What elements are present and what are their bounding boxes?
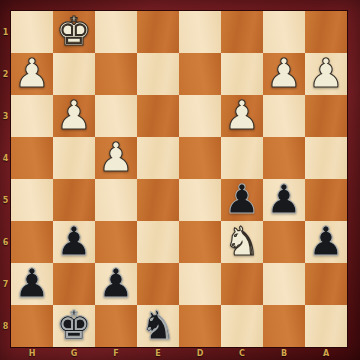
black-pawn[interactable]: ♟ (98, 263, 134, 303)
square-g3[interactable]: ♟ (53, 95, 95, 137)
square-d3[interactable] (179, 95, 221, 137)
black-knight[interactable]: ♞ (140, 305, 176, 345)
square-f2[interactable] (95, 53, 137, 95)
square-b1[interactable] (263, 11, 305, 53)
square-g7[interactable] (53, 263, 95, 305)
square-a1[interactable] (305, 11, 347, 53)
square-d2[interactable] (179, 53, 221, 95)
square-d7[interactable] (179, 263, 221, 305)
square-f8[interactable] (95, 305, 137, 347)
black-pawn[interactable]: ♟ (266, 179, 302, 219)
square-e6[interactable] (137, 221, 179, 263)
square-h3[interactable] (11, 95, 53, 137)
square-h2[interactable]: ♟ (11, 53, 53, 95)
file-label-c: C (221, 347, 263, 360)
rank-label-1: 1 (0, 28, 11, 37)
rank-label-8: 8 (0, 322, 11, 331)
square-e2[interactable] (137, 53, 179, 95)
square-h7[interactable]: ♟ (11, 263, 53, 305)
white-pawn[interactable]: ♟ (98, 137, 134, 177)
square-h5[interactable] (11, 179, 53, 221)
square-e5[interactable] (137, 179, 179, 221)
black-pawn[interactable]: ♟ (56, 221, 92, 261)
square-g6[interactable]: ♟ (53, 221, 95, 263)
square-c4[interactable] (221, 137, 263, 179)
white-king[interactable]: ♚ (56, 11, 92, 51)
square-d4[interactable] (179, 137, 221, 179)
square-a3[interactable] (305, 95, 347, 137)
square-c1[interactable] (221, 11, 263, 53)
file-label-a: A (305, 347, 347, 360)
white-pawn[interactable]: ♟ (56, 95, 92, 135)
square-d5[interactable] (179, 179, 221, 221)
chess-board: ♚♟♟♟♟♟♟♟♟♟♞♟♟♟♚♞ (11, 11, 347, 347)
rank-label-6: 6 (0, 238, 11, 247)
square-c6[interactable]: ♞ (221, 221, 263, 263)
square-a8[interactable] (305, 305, 347, 347)
square-e7[interactable] (137, 263, 179, 305)
file-label-h: H (11, 347, 53, 360)
black-pawn[interactable]: ♟ (224, 179, 260, 219)
rank-label-3: 3 (0, 112, 11, 121)
file-label-g: G (53, 347, 95, 360)
file-label-b: B (263, 347, 305, 360)
square-d1[interactable] (179, 11, 221, 53)
square-b7[interactable] (263, 263, 305, 305)
square-a4[interactable] (305, 137, 347, 179)
square-g2[interactable] (53, 53, 95, 95)
square-a6[interactable]: ♟ (305, 221, 347, 263)
square-c7[interactable] (221, 263, 263, 305)
square-a7[interactable] (305, 263, 347, 305)
square-f4[interactable]: ♟ (95, 137, 137, 179)
square-e1[interactable] (137, 11, 179, 53)
square-h8[interactable] (11, 305, 53, 347)
square-f7[interactable]: ♟ (95, 263, 137, 305)
file-label-e: E (137, 347, 179, 360)
square-b5[interactable]: ♟ (263, 179, 305, 221)
square-h4[interactable] (11, 137, 53, 179)
black-pawn[interactable]: ♟ (14, 263, 50, 303)
square-a2[interactable]: ♟ (305, 53, 347, 95)
square-c2[interactable] (221, 53, 263, 95)
square-h1[interactable] (11, 11, 53, 53)
rank-label-7: 7 (0, 280, 11, 289)
square-c8[interactable] (221, 305, 263, 347)
file-label-d: D (179, 347, 221, 360)
square-d8[interactable] (179, 305, 221, 347)
square-g8[interactable]: ♚ (53, 305, 95, 347)
square-f6[interactable] (95, 221, 137, 263)
rank-label-2: 2 (0, 70, 11, 79)
white-pawn[interactable]: ♟ (266, 53, 302, 93)
white-pawn[interactable]: ♟ (224, 95, 260, 135)
square-c3[interactable]: ♟ (221, 95, 263, 137)
square-g1[interactable]: ♚ (53, 11, 95, 53)
square-b6[interactable] (263, 221, 305, 263)
chessboard-widget: ♚♟♟♟♟♟♟♟♟♟♞♟♟♟♚♞ 12345678HGFEDCBA (0, 0, 360, 360)
file-label-f: F (95, 347, 137, 360)
square-e4[interactable] (137, 137, 179, 179)
square-c5[interactable]: ♟ (221, 179, 263, 221)
square-e3[interactable] (137, 95, 179, 137)
black-pawn[interactable]: ♟ (308, 221, 344, 261)
rank-label-5: 5 (0, 196, 11, 205)
square-f5[interactable] (95, 179, 137, 221)
square-g4[interactable] (53, 137, 95, 179)
square-b8[interactable] (263, 305, 305, 347)
square-f3[interactable] (95, 95, 137, 137)
square-b4[interactable] (263, 137, 305, 179)
square-d6[interactable] (179, 221, 221, 263)
white-pawn[interactable]: ♟ (14, 53, 50, 93)
square-e8[interactable]: ♞ (137, 305, 179, 347)
square-g5[interactable] (53, 179, 95, 221)
rank-label-4: 4 (0, 154, 11, 163)
square-b3[interactable] (263, 95, 305, 137)
black-king[interactable]: ♚ (56, 305, 92, 345)
square-b2[interactable]: ♟ (263, 53, 305, 95)
square-f1[interactable] (95, 11, 137, 53)
white-pawn[interactable]: ♟ (308, 53, 344, 93)
square-h6[interactable] (11, 221, 53, 263)
square-a5[interactable] (305, 179, 347, 221)
white-knight[interactable]: ♞ (224, 221, 260, 261)
